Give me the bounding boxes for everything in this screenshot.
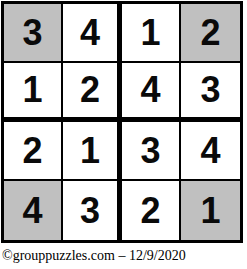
- cell-r2c1: 1: [63, 122, 122, 181]
- cell-r3c0: 4: [4, 181, 63, 240]
- cell-r2c0: 2: [4, 122, 63, 181]
- cell-r0c1: 4: [63, 4, 122, 63]
- cell-r3c1: 3: [63, 181, 122, 240]
- cell-r1c2: 4: [122, 63, 181, 122]
- cell-r1c3: 3: [181, 63, 240, 122]
- cell-r2c2: 3: [122, 122, 181, 181]
- copyright-footer: ©grouppuzzles.com – 12/9/2020: [2, 248, 186, 264]
- cell-r3c2: 2: [122, 181, 181, 240]
- cell-r0c2: 1: [122, 4, 181, 63]
- cell-r0c0: 3: [4, 4, 63, 63]
- cell-r0c3: 2: [181, 4, 240, 63]
- sudoku-board: 3 4 1 2 1 2 4 3 2 1 3 4 4 3 2 1: [1, 1, 243, 243]
- cell-r1c0: 1: [4, 63, 63, 122]
- cell-r1c1: 2: [63, 63, 122, 122]
- cell-r2c3: 4: [181, 122, 240, 181]
- cell-r3c3: 1: [181, 181, 240, 240]
